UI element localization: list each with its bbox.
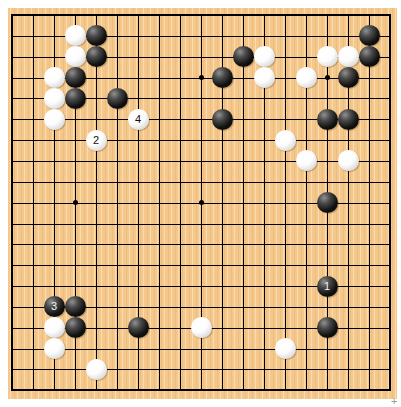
- stone-black: [86, 25, 107, 46]
- stone-black: [317, 192, 338, 213]
- stone-white: [65, 25, 86, 46]
- stone-white: 4: [128, 109, 149, 130]
- stone-black: [359, 46, 380, 67]
- grid-line-horizontal: [12, 244, 390, 245]
- move-number: 2: [93, 130, 99, 151]
- star-point: [199, 200, 204, 205]
- stone-black: [86, 46, 107, 67]
- grid-line-horizontal: [12, 224, 390, 225]
- stone-white: [44, 109, 65, 130]
- stone-black: [65, 67, 86, 88]
- stone-black: [65, 317, 86, 338]
- move-number: 1: [324, 276, 330, 297]
- move-number: 3: [51, 296, 57, 317]
- grid-line-vertical: [285, 15, 286, 390]
- stone-white: [275, 338, 296, 359]
- move-number: 4: [135, 109, 141, 130]
- stone-white: [44, 338, 65, 359]
- stone-white: [44, 88, 65, 109]
- go-diagram-window: 4213 +: [0, 0, 401, 407]
- grid-line-horizontal: [12, 369, 390, 370]
- grid-line-horizontal: [12, 349, 390, 350]
- stone-black: [233, 46, 254, 67]
- star-point: [199, 75, 204, 80]
- go-board[interactable]: 4213: [8, 8, 397, 399]
- stone-white: [317, 46, 338, 67]
- grid-line-horizontal: [12, 265, 390, 266]
- stone-black: [212, 67, 233, 88]
- stone-white: [191, 317, 212, 338]
- stone-white: [338, 150, 359, 171]
- stone-black: 3: [44, 296, 65, 317]
- stone-white: [338, 46, 359, 67]
- star-point: [325, 75, 330, 80]
- stone-white: [254, 46, 275, 67]
- grid-line-vertical: [243, 15, 244, 390]
- stone-white: [44, 317, 65, 338]
- stone-black: 1: [317, 276, 338, 297]
- stone-black: [317, 317, 338, 338]
- stone-white: [275, 130, 296, 151]
- stone-white: [296, 67, 317, 88]
- stone-black: [338, 67, 359, 88]
- stone-black: [212, 109, 233, 130]
- stone-black: [338, 109, 359, 130]
- stone-black: [317, 109, 338, 130]
- stone-black: [128, 317, 149, 338]
- stone-white: [44, 67, 65, 88]
- stone-white: 2: [86, 130, 107, 151]
- star-point: [73, 200, 78, 205]
- stone-black: [107, 88, 128, 109]
- stone-white: [86, 359, 107, 380]
- stone-black: [65, 88, 86, 109]
- stone-black: [65, 296, 86, 317]
- stone-white: [296, 150, 317, 171]
- grid-line-vertical: [369, 15, 370, 390]
- stone-white: [65, 46, 86, 67]
- stone-white: [254, 67, 275, 88]
- stone-black: [359, 25, 380, 46]
- mouse-cursor-icon: +: [391, 396, 397, 407]
